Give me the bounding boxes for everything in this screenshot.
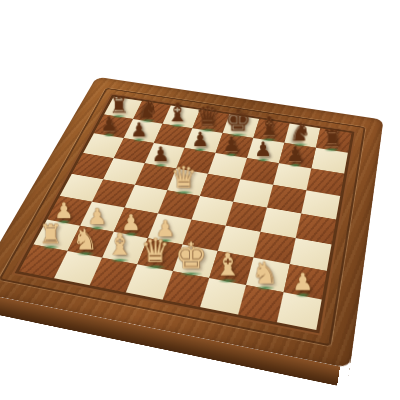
perspective-wrapper: ♜♞♝♛♚♝♞♜♟♟♟♟♟♟♟♛♟♟♟♟♜♞♝♛♚♝♞♟ — [0, 0, 400, 400]
square-g5 — [267, 185, 306, 214]
piece-black-king: ♚ — [225, 105, 252, 135]
square-e7: ♟ — [216, 133, 254, 158]
piece-white-pawn: ♟ — [155, 218, 175, 240]
board-wooden-frame: ♜♞♝♛♚♝♞♜♟♟♟♟♟♟♟♛♟♟♟♟♜♞♝♛♚♝♞♟ — [0, 77, 383, 369]
piece-black-pawn: ♟ — [152, 145, 170, 165]
square-f2: ♝ — [209, 251, 253, 285]
square-g6 — [273, 163, 311, 190]
piece-white-pawn: ♟ — [292, 271, 313, 295]
piece-black-rook: ♜ — [321, 126, 342, 149]
piece-white-pawn: ♟ — [54, 200, 73, 222]
square-g1 — [238, 285, 283, 322]
piece-black-pawn: ♟ — [223, 135, 241, 155]
piece-black-bishop: ♝ — [166, 100, 189, 125]
piece-black-pawn: ♟ — [100, 116, 117, 135]
board-right-edge — [347, 121, 383, 383]
piece-white-bishop: ♝ — [214, 250, 242, 281]
piece-black-bishop: ♝ — [257, 114, 280, 140]
square-h1 — [277, 292, 322, 330]
square-h4 — [296, 213, 336, 244]
piece-black-pawn: ♟ — [191, 130, 209, 150]
piece-black-pawn: ♟ — [286, 145, 304, 165]
piece-white-knight: ♞ — [251, 258, 278, 288]
piece-white-pawn: ♟ — [87, 206, 107, 228]
piece-white-rook: ♜ — [39, 220, 63, 247]
piece-black-knight: ♞ — [289, 120, 312, 145]
piece-black-pawn: ♟ — [254, 140, 272, 160]
chess-set-photo: ♜♞♝♛♚♝♞♜♟♟♟♟♟♟♟♛♟♟♟♟♜♞♝♛♚♝♞♟ — [0, 0, 400, 400]
piece-white-pawn: ♟ — [121, 212, 141, 234]
chessboard-grid: ♜♞♝♛♚♝♞♜♟♟♟♟♟♟♟♛♟♟♟♟♜♞♝♛♚♝♞♟ — [19, 97, 351, 330]
square-e1 — [163, 271, 210, 307]
piece-black-pawn: ♟ — [130, 120, 147, 139]
piece-black-rook: ♜ — [109, 94, 129, 116]
piece-black-queen: ♛ — [195, 103, 220, 130]
board-3d: ♜♞♝♛♚♝♞♜♟♟♟♟♟♟♟♛♟♟♟♟♜♞♝♛♚♝♞♟ — [0, 77, 383, 369]
square-h6 — [306, 168, 344, 196]
piece-white-knight: ♞ — [72, 225, 98, 254]
